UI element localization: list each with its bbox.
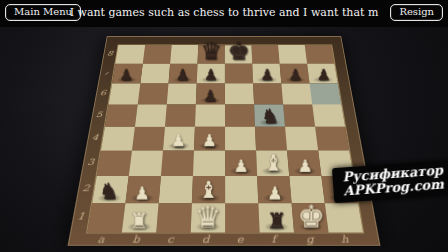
square-g5[interactable] xyxy=(283,104,315,126)
square-b5[interactable] xyxy=(135,104,167,126)
square-c2[interactable] xyxy=(159,176,193,203)
square-a3[interactable] xyxy=(97,151,132,176)
square-d7[interactable]: ♟ xyxy=(197,64,225,84)
white-pawn-c4[interactable]: ♟ xyxy=(171,133,186,150)
square-d5[interactable] xyxy=(195,104,225,126)
white-king-g1[interactable]: ♚ xyxy=(297,201,325,232)
top-bar: Main Menu I want games such as chess to … xyxy=(0,0,448,27)
square-h7[interactable]: ♟ xyxy=(307,64,338,84)
white-pawn-g3[interactable]: ♟ xyxy=(298,158,313,175)
square-h4[interactable] xyxy=(315,127,349,151)
resign-button[interactable]: Resign xyxy=(390,4,443,21)
black-pawn-g7[interactable]: ♟ xyxy=(289,68,302,83)
rank-label-5: 5 xyxy=(95,111,103,118)
black-pawn-d6[interactable]: ♟ xyxy=(203,88,217,104)
square-b4[interactable] xyxy=(132,127,165,151)
square-c8[interactable] xyxy=(170,45,198,64)
square-a6[interactable] xyxy=(109,83,141,104)
rank-label-3: 3 xyxy=(87,158,95,166)
file-label-e: e xyxy=(237,235,244,245)
game-message: I want games such as chess to thrive and… xyxy=(70,6,379,19)
square-f4[interactable] xyxy=(255,127,287,151)
square-g1[interactable]: ♚ xyxy=(292,203,329,232)
white-bishop-f3[interactable]: ♝ xyxy=(263,153,283,175)
white-pawn-f2[interactable]: ♟ xyxy=(267,185,283,203)
square-e1[interactable] xyxy=(225,203,260,232)
square-c1[interactable] xyxy=(156,203,192,232)
square-g8[interactable] xyxy=(278,45,307,64)
square-e7[interactable] xyxy=(225,64,253,84)
black-knight-a2[interactable]: ♞ xyxy=(99,180,119,202)
rank-label-6: 6 xyxy=(99,90,106,97)
black-pawn-a7[interactable]: ♟ xyxy=(120,68,133,83)
white-pawn-b2[interactable]: ♟ xyxy=(134,185,150,203)
file-label-g: g xyxy=(306,235,314,245)
square-f5[interactable]: ♞ xyxy=(254,104,285,126)
square-f1[interactable]: ♜ xyxy=(258,203,294,232)
file-label-b: b xyxy=(132,235,141,245)
square-h1[interactable] xyxy=(325,203,363,232)
rank-label-2: 2 xyxy=(82,184,91,193)
square-e4[interactable] xyxy=(225,127,256,151)
square-b3[interactable] xyxy=(129,151,163,176)
square-c6[interactable] xyxy=(167,83,197,104)
square-e8[interactable]: ♚ xyxy=(225,45,252,64)
square-b1[interactable]: ♜ xyxy=(122,203,159,232)
square-g7[interactable]: ♟ xyxy=(280,64,310,84)
square-a1[interactable] xyxy=(87,203,125,232)
chess-board-3d: ♛♚♟♟♟♟♟♟♟♞♟♟♟♝♟♞♟♝♟♟♜♛♜♚ 87654321abcdefg… xyxy=(68,36,381,246)
white-pawn-d4[interactable]: ♟ xyxy=(202,133,217,150)
square-c4[interactable]: ♟ xyxy=(163,127,195,151)
square-a7[interactable]: ♟ xyxy=(112,64,143,84)
square-e6[interactable] xyxy=(225,83,254,104)
square-g4[interactable] xyxy=(285,127,318,151)
watermark: Русификатор APKProg.com xyxy=(332,160,448,203)
rank-label-1: 1 xyxy=(77,212,86,222)
black-pawn-h7[interactable]: ♟ xyxy=(317,68,330,83)
square-d8[interactable]: ♛ xyxy=(198,45,225,64)
square-d3[interactable] xyxy=(193,151,225,176)
square-a8[interactable] xyxy=(115,45,145,64)
white-queen-d1[interactable]: ♛ xyxy=(195,202,222,232)
black-queen-d8[interactable]: ♛ xyxy=(201,39,222,63)
square-a2[interactable]: ♞ xyxy=(92,176,129,203)
squares: ♛♚♟♟♟♟♟♟♟♞♟♟♟♝♟♞♟♝♟♟♜♛♜♚ xyxy=(86,45,364,234)
square-b6[interactable] xyxy=(138,83,169,104)
black-knight-f5[interactable]: ♞ xyxy=(261,106,279,126)
white-pawn-e3[interactable]: ♟ xyxy=(233,158,248,175)
black-pawn-c7[interactable]: ♟ xyxy=(176,68,189,83)
board-frame: ♛♚♟♟♟♟♟♟♟♞♟♟♟♝♟♞♟♝♟♟♜♛♜♚ 87654321abcdefg… xyxy=(68,36,381,246)
square-c7[interactable]: ♟ xyxy=(169,64,198,84)
rank-label-8: 8 xyxy=(107,51,114,57)
square-f8[interactable] xyxy=(251,45,279,64)
black-pawn-d7[interactable]: ♟ xyxy=(204,68,217,83)
file-label-f: f xyxy=(271,235,276,245)
square-h5[interactable] xyxy=(312,104,345,126)
square-a4[interactable] xyxy=(101,127,135,151)
square-f7[interactable]: ♟ xyxy=(252,64,281,84)
square-f3[interactable]: ♝ xyxy=(256,151,289,176)
file-label-h: h xyxy=(340,235,349,245)
file-label-d: d xyxy=(202,235,210,245)
black-pawn-f7[interactable]: ♟ xyxy=(260,68,273,83)
square-g3[interactable]: ♟ xyxy=(287,151,321,176)
square-g6[interactable] xyxy=(281,83,312,104)
rank-label-7: 7 xyxy=(103,70,110,77)
square-f2[interactable]: ♟ xyxy=(257,176,291,203)
square-e5[interactable] xyxy=(225,104,255,126)
square-c5[interactable] xyxy=(165,104,196,126)
square-h8[interactable] xyxy=(305,45,335,64)
square-e3[interactable]: ♟ xyxy=(225,151,257,176)
black-king-e8[interactable]: ♚ xyxy=(228,38,250,63)
square-e2[interactable] xyxy=(225,176,258,203)
square-d6[interactable]: ♟ xyxy=(196,83,225,104)
rank-label-4: 4 xyxy=(91,134,99,142)
white-rook-b1[interactable]: ♜ xyxy=(129,210,149,232)
square-f6[interactable] xyxy=(253,83,283,104)
square-d4[interactable]: ♟ xyxy=(194,127,225,151)
square-b7[interactable] xyxy=(140,64,170,84)
file-label-a: a xyxy=(97,235,105,245)
square-a5[interactable] xyxy=(105,104,138,126)
square-b2[interactable]: ♟ xyxy=(125,176,160,203)
square-d1[interactable]: ♛ xyxy=(191,203,225,232)
square-b8[interactable] xyxy=(143,45,172,64)
black-rook-f1[interactable]: ♜ xyxy=(267,210,287,232)
file-label-c: c xyxy=(167,235,174,245)
square-c3[interactable] xyxy=(161,151,194,176)
square-h6[interactable] xyxy=(310,83,342,104)
